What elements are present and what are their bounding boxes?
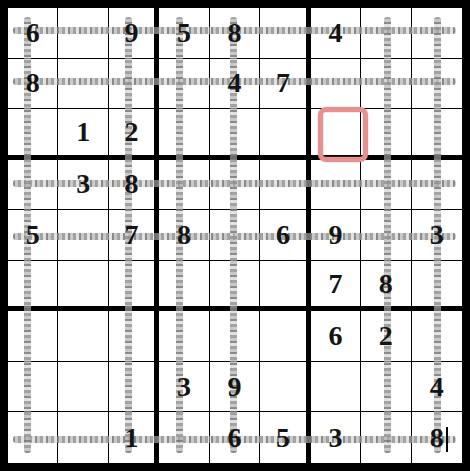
text-cursor (446, 427, 448, 452)
cell-r3c2[interactable]: 1 (58, 109, 108, 160)
cell-r7c2[interactable] (58, 311, 108, 362)
cell-r7c1[interactable] (8, 311, 58, 362)
cell-r6c2[interactable] (58, 261, 108, 312)
given-digit: 8 (430, 424, 444, 452)
highlight-square (318, 107, 368, 162)
given-digit: 1 (125, 424, 139, 452)
cell-r6c4[interactable] (159, 261, 209, 312)
given-digit: 5 (177, 19, 191, 47)
given-digit: 9 (125, 19, 139, 47)
given-digit: 8 (125, 170, 139, 198)
cell-r8c7[interactable] (311, 362, 361, 413)
given-digit: 4 (430, 373, 444, 401)
cell-r3c6[interactable] (260, 109, 310, 160)
given-digit: 6 (227, 424, 241, 452)
given-digit: 8 (379, 270, 393, 298)
cell-r3c1[interactable] (8, 109, 58, 160)
given-digit: 6 (276, 221, 290, 249)
given-digit: 2 (379, 322, 393, 350)
cell-r6c6[interactable] (260, 261, 310, 312)
given-digit: 3 (76, 170, 90, 198)
cell-r7c3[interactable] (109, 311, 159, 362)
given-digit: 3 (328, 424, 342, 452)
given-digit: 2 (125, 118, 139, 146)
given-digit: 8 (26, 69, 40, 97)
given-digit: 7 (125, 221, 139, 249)
cell-r8c3[interactable] (109, 362, 159, 413)
sudoku-puzzle: 695848471238578693786239416538 (0, 0, 470, 471)
cell-r7c4[interactable] (159, 311, 209, 362)
given-digit: 4 (227, 69, 241, 97)
cell-r8c4[interactable]: 3 (159, 362, 209, 413)
given-digit: 8 (177, 221, 191, 249)
given-digit: 7 (276, 69, 290, 97)
given-digit: 3 (177, 373, 191, 401)
cell-r8c2[interactable] (58, 362, 108, 413)
cell-r7c7[interactable]: 6 (311, 311, 361, 362)
crossed-col-streak-8 (384, 17, 391, 453)
cell-r6c1[interactable] (8, 261, 58, 312)
given-digit: 9 (227, 373, 241, 401)
given-digit: 3 (430, 221, 444, 249)
cell-r7c6[interactable] (260, 311, 310, 362)
given-digit: 1 (76, 118, 90, 146)
cell-r6c3[interactable] (109, 261, 159, 312)
given-digit: 7 (328, 270, 342, 298)
cell-r8c6[interactable] (260, 362, 310, 413)
given-digit: 6 (26, 19, 40, 47)
given-digit: 8 (227, 19, 241, 47)
cell-r8c1[interactable] (8, 362, 58, 413)
cell-r3c4[interactable] (159, 109, 209, 160)
given-digit: 5 (276, 424, 290, 452)
given-digit: 6 (328, 322, 342, 350)
cell-r3c3[interactable]: 2 (109, 109, 159, 160)
given-digit: 9 (328, 221, 342, 249)
cell-r6c7[interactable]: 7 (311, 261, 361, 312)
given-digit: 5 (26, 221, 40, 249)
given-digit: 4 (328, 19, 342, 47)
